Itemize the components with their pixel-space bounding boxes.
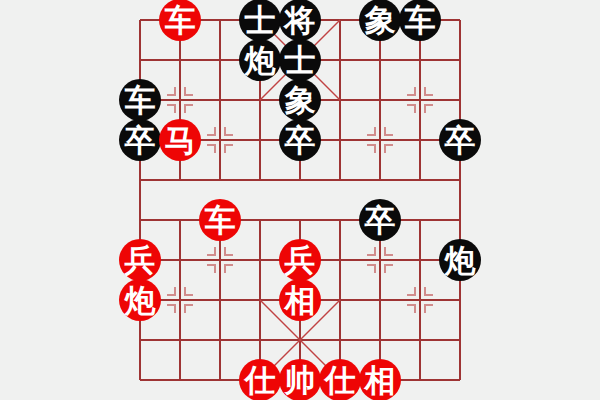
piece-black-soldier[interactable]: 卒 [359,199,401,241]
xiangqi-board[interactable]: 车士将象车炮士车象卒马卒卒车卒兵兵炮炮相仕帅仕相 [0,0,600,400]
piece-black-chariot[interactable]: 车 [399,0,441,41]
piece-black-elephant[interactable]: 象 [279,79,321,121]
piece-red-advisor[interactable]: 仕 [239,359,281,400]
piece-black-soldier[interactable]: 卒 [119,119,161,161]
piece-black-advisor[interactable]: 士 [279,39,321,81]
piece-red-chariot[interactable]: 车 [199,199,241,241]
piece-black-advisor[interactable]: 士 [239,0,281,41]
piece-black-elephant[interactable]: 象 [359,0,401,41]
piece-red-elephant[interactable]: 相 [279,279,321,321]
piece-black-soldier[interactable]: 卒 [439,119,481,161]
piece-red-soldier[interactable]: 兵 [119,239,161,281]
piece-red-horse[interactable]: 马 [159,119,201,161]
piece-red-elephant[interactable]: 相 [359,359,401,400]
piece-red-chariot[interactable]: 车 [159,0,201,41]
piece-red-advisor[interactable]: 仕 [319,359,361,400]
piece-black-cannon[interactable]: 炮 [239,39,281,81]
piece-red-cannon[interactable]: 炮 [119,279,161,321]
piece-red-soldier[interactable]: 兵 [279,239,321,281]
piece-black-cannon[interactable]: 炮 [439,239,481,281]
xiangqi-app: 车士将象车炮士车象卒马卒卒车卒兵兵炮炮相仕帅仕相 [0,0,600,400]
piece-black-general[interactable]: 将 [279,0,321,41]
piece-black-chariot[interactable]: 车 [119,79,161,121]
piece-black-soldier[interactable]: 卒 [279,119,321,161]
piece-red-general[interactable]: 帅 [279,359,321,400]
